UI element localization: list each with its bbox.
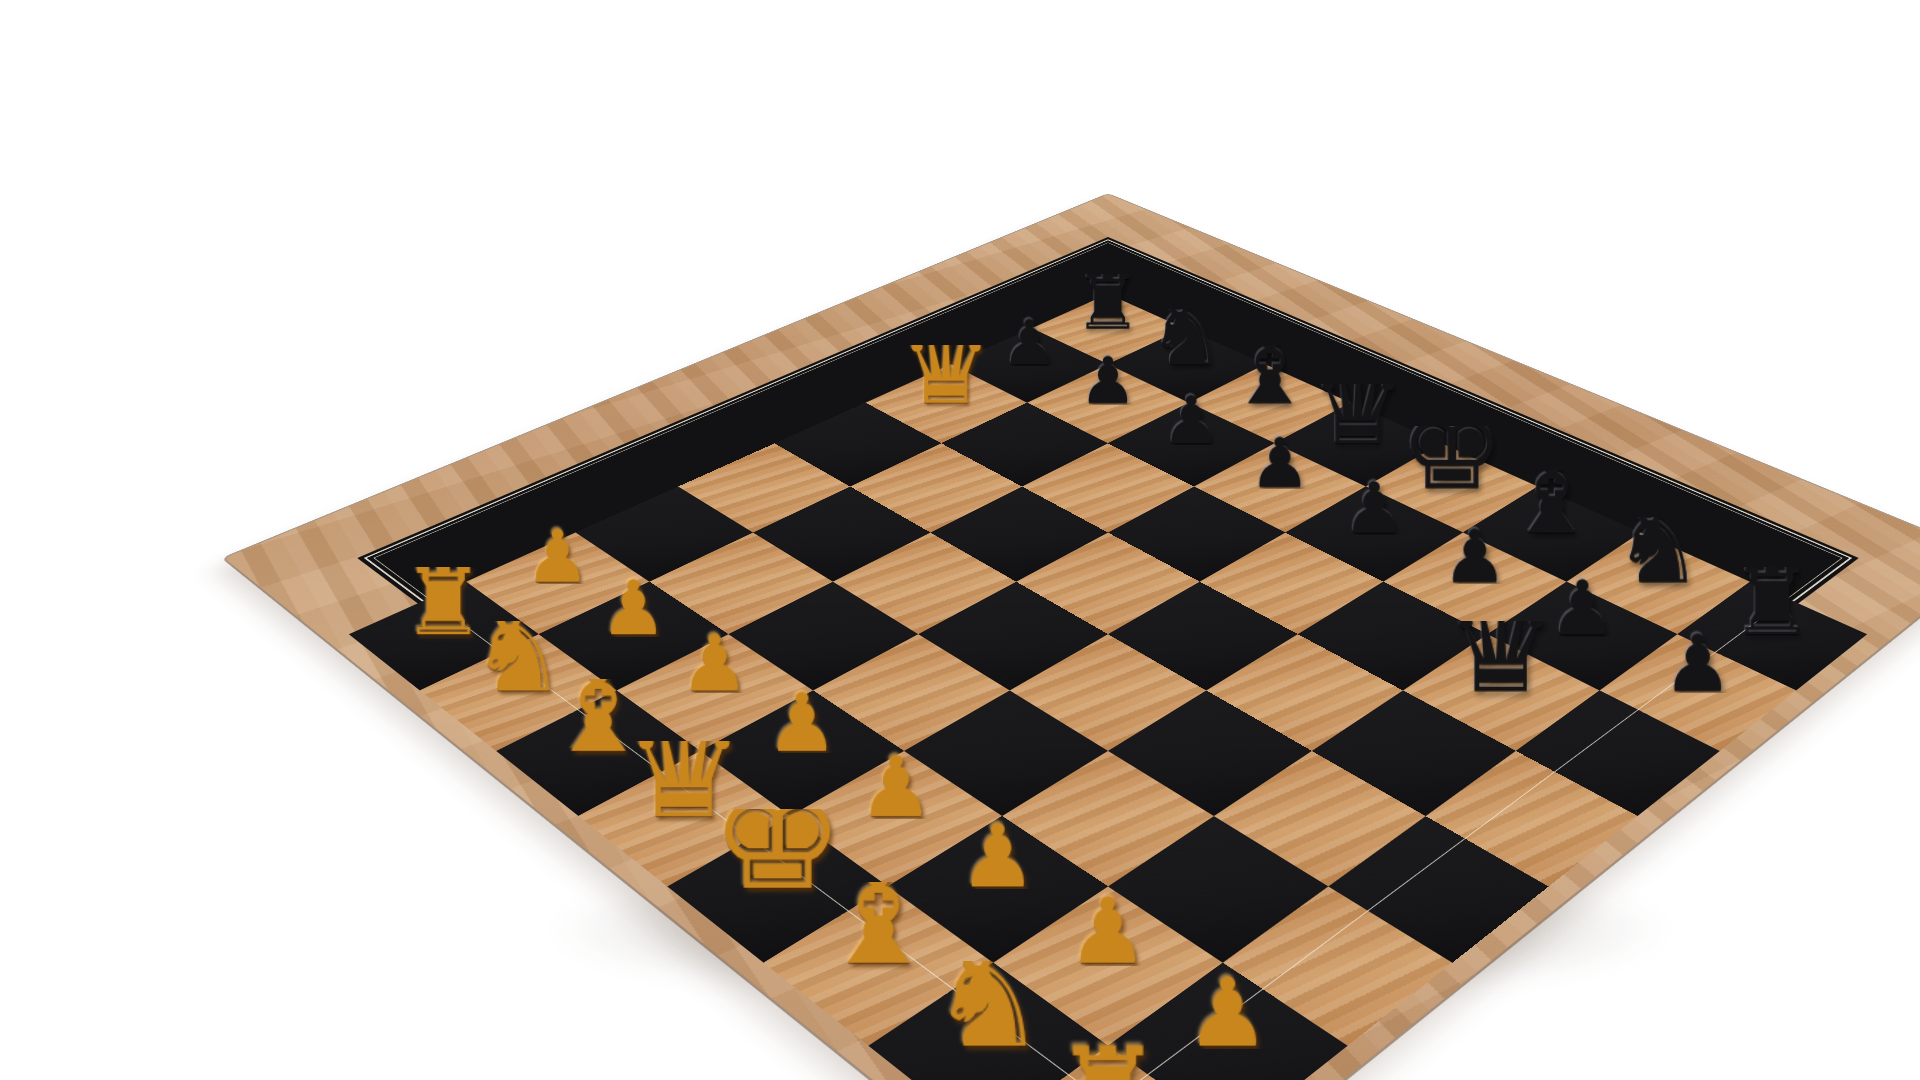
pawn-icon: ♟: [1343, 473, 1406, 543]
pawn-icon: ♟: [1185, 966, 1270, 1061]
rook-icon: ♜: [1052, 1032, 1163, 1080]
pawn-icon: ♟: [1663, 625, 1733, 703]
pawn-icon: ♟: [1001, 312, 1057, 374]
black-pawn-h7[interactable]: ♟: [1628, 621, 1767, 760]
pawn-icon: ♟: [1079, 349, 1137, 413]
queen-icon: ♛: [900, 317, 992, 419]
page-root: ♜♞♝♛♚♝♞♜♟♟♟♟♟♟♟♟♛♛♟♟♟♟♟♟♟♟♜♞♝♛♚♝♞♜: [0, 0, 1920, 1080]
pawn-icon: ♟: [1162, 388, 1221, 454]
pawn-icon: ♟: [1067, 886, 1149, 977]
pawn-icon: ♟: [1249, 429, 1310, 497]
square-h1[interactable]: ♜: [983, 1046, 1234, 1080]
pawn-icon: ♟: [959, 813, 1037, 900]
queen-icon: ♛: [1445, 586, 1557, 710]
white-rook-h1[interactable]: ♜: [1019, 1048, 1196, 1080]
